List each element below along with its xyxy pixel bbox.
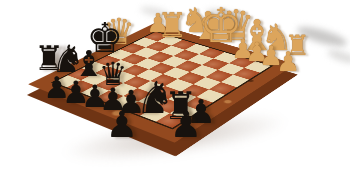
square	[95, 90, 124, 103]
square	[165, 79, 193, 92]
square	[152, 86, 180, 99]
white-knight: ♞	[261, 20, 293, 56]
square	[67, 80, 95, 92]
square	[124, 101, 153, 115]
square	[170, 105, 200, 119]
square	[193, 77, 221, 89]
square	[109, 96, 138, 110]
square	[123, 88, 152, 101]
product-photo-scene: ♟♞♜♝♛♚♛♝♞♚♜♟♟♟♜♟♞♝♛♟♟♟♟♟♞♜♟♟♟	[0, 0, 350, 187]
square	[154, 99, 183, 113]
cast-shadow	[139, 5, 170, 19]
square	[138, 94, 167, 107]
cast-shadow	[295, 23, 349, 50]
square	[209, 82, 237, 95]
square	[180, 84, 208, 97]
square	[95, 78, 123, 90]
square	[150, 74, 178, 86]
square	[183, 97, 212, 111]
square	[81, 85, 109, 98]
cast-shadow	[205, 7, 250, 27]
square	[178, 72, 205, 84]
square	[156, 113, 186, 128]
cast-shadow	[326, 48, 350, 66]
square	[137, 81, 165, 94]
square	[196, 89, 225, 102]
square	[109, 83, 137, 96]
square	[205, 70, 232, 82]
square	[123, 76, 151, 88]
square	[221, 75, 249, 87]
square	[167, 92, 196, 105]
square	[140, 107, 170, 121]
